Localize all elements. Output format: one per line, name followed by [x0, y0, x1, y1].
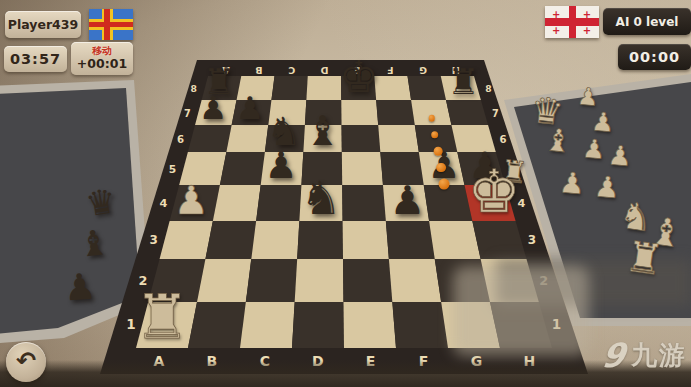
- rank-label-right-7: 7: [492, 108, 499, 119]
- captured-white-pawn-right-tray: ♟: [558, 168, 586, 199]
- square-g7[interactable]: [411, 100, 451, 125]
- move-hint-dot: [436, 163, 446, 173]
- square-d8[interactable]: [306, 76, 341, 100]
- increment-label: 移动: [92, 46, 112, 56]
- square-e4[interactable]: [342, 185, 386, 221]
- file-label-far-G: G: [419, 65, 427, 76]
- georgia-flag: + + + +: [545, 6, 599, 38]
- square-b4[interactable]: [213, 185, 261, 221]
- piece-black-pawn-b7[interactable]: ♟: [236, 93, 264, 124]
- square-f1[interactable]: [392, 302, 448, 348]
- piece-black-pawn-f4[interactable]: ♟: [390, 181, 425, 220]
- square-e7[interactable]: [341, 100, 378, 125]
- aland-flag: [89, 9, 133, 40]
- square-g8[interactable]: [408, 76, 446, 100]
- watermark-text: 九游: [631, 338, 687, 373]
- game-screen: AABBCCDDEEFFGGHH8877665544332211 ♜♚♜♟♟♞♝…: [0, 0, 691, 387]
- captured-white-pawn-right-tray: ♟: [607, 141, 633, 170]
- square-c8[interactable]: [271, 76, 307, 100]
- file-label-far-C: C: [288, 65, 295, 76]
- rank-label-left-5: 5: [169, 163, 176, 176]
- rank-label-right-8: 8: [485, 83, 491, 94]
- square-c2[interactable]: [246, 259, 297, 302]
- square-f3[interactable]: [386, 221, 435, 259]
- piece-black-bishop-d6[interactable]: ♝: [304, 111, 341, 152]
- piece-white-rook-a1[interactable]: ♜: [134, 287, 189, 349]
- file-label-far-D: D: [320, 65, 328, 76]
- file-label-far-B: B: [255, 65, 262, 76]
- square-f7[interactable]: [376, 100, 415, 125]
- square-d3[interactable]: [297, 221, 343, 259]
- square-b1[interactable]: [188, 302, 246, 348]
- watermark: 9 九游: [602, 336, 687, 375]
- undo-arrow-icon: ↶: [16, 349, 36, 373]
- piece-black-rook-h8[interactable]: ♜: [448, 64, 480, 100]
- captured-white-bishop-right-tray: ♝: [543, 124, 574, 158]
- square-b3[interactable]: [205, 221, 256, 259]
- watermark-nine-logo-icon: 9: [600, 335, 627, 376]
- blur-patch-board: [453, 266, 589, 356]
- white-clock-plate: 03:57: [4, 46, 67, 72]
- rank-label-left-6: 6: [177, 134, 184, 145]
- captured-white-pawn-right-tray: ♟: [593, 172, 621, 203]
- square-d2[interactable]: [295, 259, 344, 302]
- black-clock-plate: 00:00: [618, 44, 691, 70]
- move-hint-dot: [434, 147, 443, 156]
- square-f8[interactable]: [374, 76, 411, 100]
- square-c3[interactable]: [251, 221, 299, 259]
- square-f6[interactable]: [378, 125, 419, 152]
- piece-white-pawn-a4[interactable]: ♟: [174, 181, 209, 220]
- rank-label-right-3: 3: [528, 233, 536, 247]
- captured-white-pawn-right-tray: ♟: [581, 135, 606, 163]
- square-b2[interactable]: [197, 259, 251, 302]
- square-e6[interactable]: [342, 125, 381, 152]
- square-c1[interactable]: [240, 302, 295, 348]
- square-b6[interactable]: [226, 125, 268, 152]
- piece-black-pawn-a7[interactable]: ♟: [199, 93, 227, 124]
- rank-label-left-4: 4: [159, 196, 167, 210]
- undo-button[interactable]: ↶: [6, 342, 46, 382]
- captured-white-rook-right-tray: ♜: [622, 235, 665, 282]
- move-hint-dot: [438, 179, 449, 190]
- square-e3[interactable]: [343, 221, 389, 259]
- bottom-shadow-band: [0, 360, 691, 387]
- move-hint-dot: [429, 115, 436, 122]
- piece-black-pawn-c5[interactable]: ♟: [265, 148, 298, 184]
- black-clock: 00:00: [629, 49, 680, 65]
- white-clock: 03:57: [10, 51, 61, 67]
- captured-black-pawn-left-tray: ♟: [63, 268, 98, 306]
- captured-white-pawn-right-tray: ♟: [590, 108, 615, 136]
- rank-label-left-3: 3: [149, 233, 157, 247]
- move-hint-dot: [431, 131, 439, 139]
- square-e2[interactable]: [343, 259, 392, 302]
- player-name-plate: Player439: [5, 11, 81, 38]
- player-name: Player439: [8, 17, 78, 32]
- square-c4[interactable]: [256, 185, 301, 221]
- ai-name-plate: AI 0 level: [603, 8, 691, 35]
- piece-black-knight-d4[interactable]: ♞: [300, 175, 341, 221]
- square-d1[interactable]: [292, 302, 344, 348]
- square-g3[interactable]: [429, 221, 481, 259]
- increment-plate: 移动 +00:01: [71, 42, 133, 75]
- rank-label-right-6: 6: [499, 134, 506, 145]
- ai-name: AI 0 level: [616, 15, 679, 29]
- increment-value: +00:01: [77, 57, 127, 71]
- captured-black-bishop-left-tray: ♝: [77, 225, 112, 263]
- square-g4[interactable]: [424, 185, 473, 221]
- square-a6[interactable]: [188, 125, 232, 152]
- square-f2[interactable]: [389, 259, 441, 302]
- piece-white-king-h4[interactable]: ♚: [467, 162, 520, 221]
- piece-black-king-e8[interactable]: ♚: [339, 56, 378, 100]
- square-h7[interactable]: [446, 100, 488, 125]
- file-label-far-F: F: [387, 65, 394, 76]
- square-e1[interactable]: [343, 302, 396, 348]
- captured-black-queen-left-tray: ♛: [83, 183, 118, 221]
- square-e5[interactable]: [342, 152, 383, 185]
- rank-label-left-8: 8: [191, 83, 197, 94]
- rank-label-left-7: 7: [184, 108, 191, 119]
- square-b5[interactable]: [220, 152, 265, 185]
